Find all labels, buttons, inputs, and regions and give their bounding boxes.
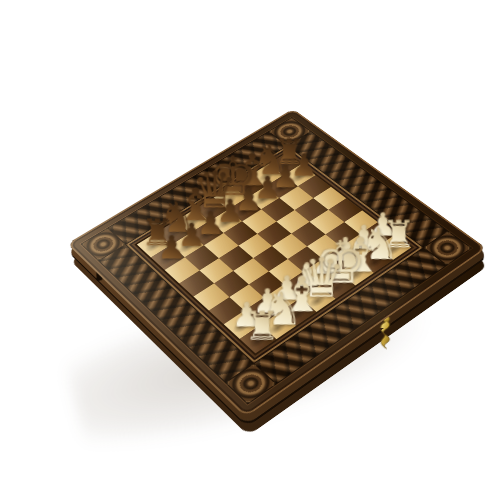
pawn-glyph: ♟ (157, 231, 186, 263)
camera-roll-wrapper: ♜♞♝♛♚♝♞♜♟♟♟♟♟♟♟♟♟♟♟♟♟♟♟♟♜♞♝♛♚♝♞♜ (0, 0, 500, 500)
product-photo-scene: ♜♞♝♛♚♝♞♜♟♟♟♟♟♟♟♟♟♟♟♟♟♟♟♟♜♞♝♛♚♝♞♜ (0, 0, 500, 500)
piece-white-rook[interactable]: ♜ (242, 304, 283, 348)
chess-box: ♜♞♝♛♚♝♞♜♟♟♟♟♟♟♟♟♟♟♟♟♟♟♟♟♜♞♝♛♚♝♞♜ (67, 109, 487, 418)
perspective-wrapper: ♜♞♝♛♚♝♞♜♟♟♟♟♟♟♟♟♟♟♟♟♟♟♟♟♜♞♝♛♚♝♞♜ (0, 0, 500, 500)
rook-glyph: ♜ (245, 306, 281, 346)
piece-black-pawn[interactable]: ♟ (155, 229, 188, 265)
braid-corner-knot (423, 230, 472, 265)
braid-corner-knot (225, 363, 277, 405)
